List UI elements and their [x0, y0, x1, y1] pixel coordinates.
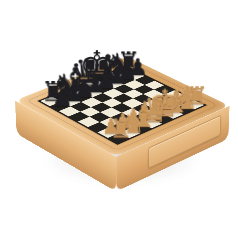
product-photo-scene: ♜♞♝♛♚♝♞♜♟♟♟♟♟♟♟♟♟♟♟♟♟♟♟♟♜♞♝♛♚♝♞♜ [0, 0, 238, 238]
piece-glyph: ♜ [79, 117, 163, 142]
piece-glyph: ♟ [22, 86, 103, 110]
wooden-chess-box: ♜♞♝♛♚♝♞♜♟♟♟♟♟♟♟♟♟♟♟♟♟♟♟♟♜♞♝♛♚♝♞♜ [15, 56, 230, 157]
